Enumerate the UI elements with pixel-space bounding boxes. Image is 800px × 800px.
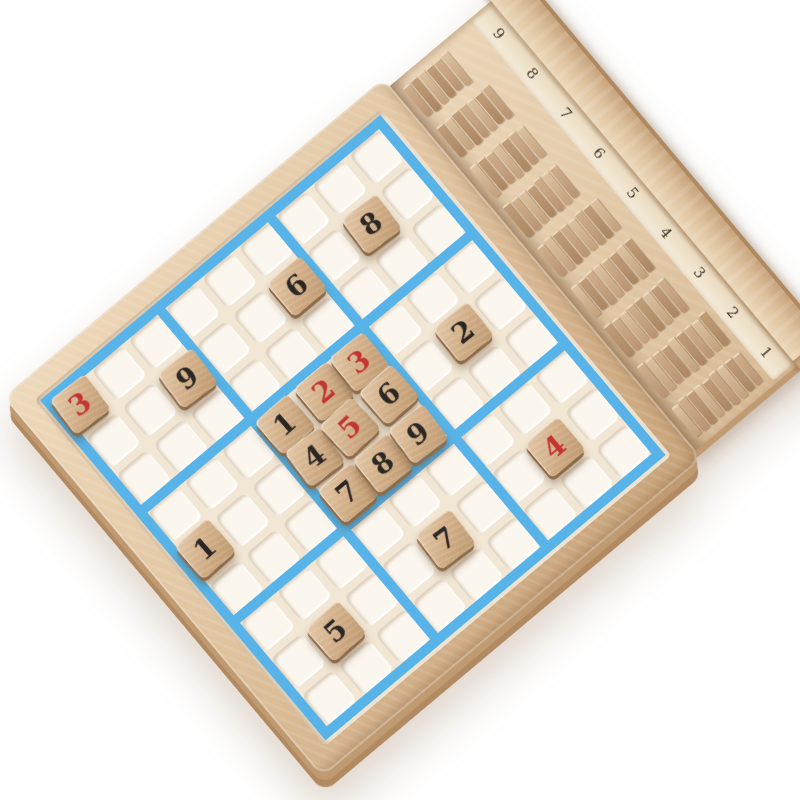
drawer-label-5: 5 xyxy=(623,184,643,203)
drawer-label-7: 7 xyxy=(556,104,576,123)
drawer-label-3: 3 xyxy=(689,263,709,282)
product-photo-scene: 396812314562789574 987654321 xyxy=(0,0,800,800)
drawer-label-6: 6 xyxy=(589,144,609,163)
drawer-label-1: 1 xyxy=(756,343,776,362)
sudoku-box: 396812314562789574 987654321 xyxy=(3,0,800,777)
drawer-label-8: 8 xyxy=(522,64,542,83)
drawer-label-4: 4 xyxy=(656,223,676,242)
drawer-label-2: 2 xyxy=(723,303,743,322)
drawer-label-9: 9 xyxy=(489,24,509,43)
